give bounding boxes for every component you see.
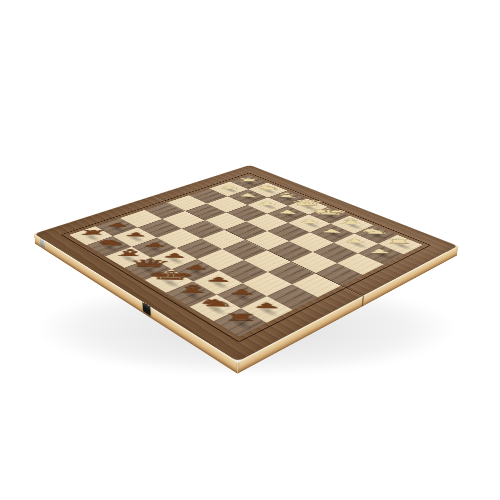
piece-white-knight: ♞: [252, 157, 284, 192]
piece-black-queen: ♛: [124, 218, 172, 272]
square-g7: [217, 283, 267, 308]
piece-contact-shadow: [178, 288, 206, 303]
piece-black-pawn: ♟: [227, 265, 257, 299]
piece-black-rook: ♜: [75, 203, 107, 239]
square-e8: [145, 269, 194, 293]
piece-contact-shadow: [183, 265, 210, 278]
piece-contact-shadow: [202, 301, 231, 317]
piece-black-bishop: ♝: [107, 213, 149, 260]
piece-contact-shadow: [253, 303, 283, 319]
piece-black-rook: ♜: [221, 283, 260, 326]
piece-contact-shadow: [229, 290, 258, 305]
piece-contact-shadow: [157, 275, 184, 289]
piece-black-bishop: ♝: [169, 246, 215, 297]
piece-contact-shadow: [226, 316, 257, 333]
square-f5: [244, 250, 291, 271]
square-e5: [222, 240, 267, 260]
piece-black-pawn: ♟: [204, 253, 234, 286]
square-g3: [313, 242, 358, 263]
square-h5: [292, 273, 341, 297]
piece-black-knight: ♞: [194, 263, 237, 311]
scene-3d: ♜♞♝♛♚♝♞♜♟♟♟♟♟♟♟♟♟♟♟♟♟♟♟♟♜♞♝♛♚♝♞♜: [0, 0, 500, 500]
piece-white-rook: ♜: [235, 155, 262, 185]
square-f8: [166, 281, 216, 306]
pieces-layer: ♜♞♝♛♚♝♞♜♟♟♟♟♟♟♟♟♟♟♟♟♟♟♟♟♜♞♝♛♚♝♞♜: [34, 165, 458, 362]
chess-board: ♜♞♝♛♚♝♞♜♟♟♟♟♟♟♟♟♟♟♟♟♟♟♟♟♜♞♝♛♚♝♞♜: [34, 165, 458, 362]
square-g4: [290, 252, 337, 274]
square-e7: [172, 259, 220, 282]
piece-white-queen: ♛: [288, 164, 329, 209]
square-d6: [177, 239, 222, 259]
square-g8: [189, 294, 241, 321]
square-h4: [315, 263, 363, 286]
piece-contact-shadow: [136, 264, 162, 277]
square-h6: [267, 284, 318, 309]
piece-white-king: ♚: [307, 169, 351, 218]
square-h7: [241, 296, 293, 323]
piece-black-pawn: ♟: [104, 201, 130, 230]
piece-white-bishop: ♝: [270, 161, 306, 201]
camera-tilt: ♜♞♝♛♚♝♞♜♟♟♟♟♟♟♟♟♟♟♟♟♟♟♟♟♜♞♝♛♚♝♞♜: [0, 0, 500, 500]
square-g5: [267, 262, 315, 285]
piece-black-pawn: ♟: [182, 242, 211, 274]
square-g6: [243, 272, 292, 296]
piece-contact-shadow: [369, 249, 397, 261]
piece-black-king: ♚: [143, 226, 196, 285]
metal-hinge: [40, 238, 45, 248]
piece-black-pawn: ♟: [252, 278, 283, 313]
square-h8: [214, 308, 267, 336]
piece-contact-shadow: [162, 254, 188, 267]
square-d8: [124, 258, 172, 280]
piece-contact-shadow: [116, 252, 141, 265]
product-photo: ♜♞♝♛♚♝♞♜♟♟♟♟♟♟♟♟♟♟♟♟♟♟♟♟♜♞♝♛♚♝♞♜: [0, 0, 500, 500]
square-f6: [219, 260, 267, 283]
piece-contact-shadow: [205, 277, 233, 291]
square-f7: [194, 271, 243, 295]
square-e6: [198, 249, 244, 270]
square-f4: [267, 241, 312, 261]
square-h3: [337, 253, 384, 275]
board-frame: ♜♞♝♛♚♝♞♜♟♟♟♟♟♟♟♟♟♟♟♟♟♟♟♟♜♞♝♛♚♝♞♜: [34, 165, 458, 362]
